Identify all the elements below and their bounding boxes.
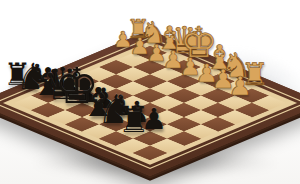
chess-set-product-photo: ♜♞♝♛♚♝♞♜♟♟♟♟♟♟♟♟♟♟♟♟♟♟♟♟♜♞♝♛♚♝♞♜ — [0, 0, 300, 184]
